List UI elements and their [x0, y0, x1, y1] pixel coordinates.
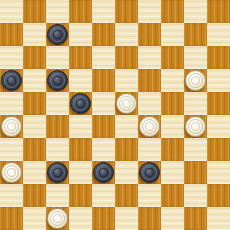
square-6[interactable]	[0, 23, 23, 46]
light-square	[46, 184, 69, 207]
light-square	[161, 207, 184, 230]
square-28[interactable]	[92, 115, 115, 138]
square-25[interactable]	[207, 92, 230, 115]
light-square	[184, 46, 207, 69]
light-square	[0, 184, 23, 207]
square-21[interactable]	[23, 92, 46, 115]
square-16[interactable]	[0, 69, 23, 92]
square-29[interactable]	[138, 115, 161, 138]
light-square	[92, 0, 115, 23]
light-square	[0, 46, 23, 69]
light-square	[92, 46, 115, 69]
light-square	[23, 23, 46, 46]
black-man-square-16[interactable]	[1, 70, 22, 91]
light-square	[69, 69, 92, 92]
light-square	[138, 184, 161, 207]
light-square	[184, 0, 207, 23]
light-square	[115, 207, 138, 230]
square-47[interactable]	[46, 207, 69, 230]
white-man-square-36[interactable]	[1, 162, 22, 183]
square-40[interactable]	[184, 161, 207, 184]
light-square	[138, 138, 161, 161]
square-14[interactable]	[161, 46, 184, 69]
white-man-square-29[interactable]	[139, 116, 160, 137]
square-7[interactable]	[46, 23, 69, 46]
light-square	[92, 184, 115, 207]
square-10[interactable]	[184, 23, 207, 46]
draughts-board	[0, 0, 230, 230]
light-square	[69, 207, 92, 230]
light-square	[184, 184, 207, 207]
square-24[interactable]	[161, 92, 184, 115]
square-20[interactable]	[184, 69, 207, 92]
light-square	[115, 23, 138, 46]
square-4[interactable]	[161, 0, 184, 23]
square-12[interactable]	[69, 46, 92, 69]
white-man-square-30[interactable]	[185, 116, 206, 137]
white-man-square-23[interactable]	[116, 93, 137, 114]
light-square	[23, 69, 46, 92]
light-square	[46, 92, 69, 115]
square-32[interactable]	[69, 138, 92, 161]
light-square	[46, 46, 69, 69]
light-square	[138, 92, 161, 115]
square-8[interactable]	[92, 23, 115, 46]
light-square	[207, 161, 230, 184]
square-42[interactable]	[69, 184, 92, 207]
square-35[interactable]	[207, 138, 230, 161]
light-square	[23, 115, 46, 138]
square-27[interactable]	[46, 115, 69, 138]
light-square	[207, 69, 230, 92]
light-square	[184, 92, 207, 115]
black-man-square-17[interactable]	[47, 70, 68, 91]
square-1[interactable]	[23, 0, 46, 23]
square-43[interactable]	[115, 184, 138, 207]
light-square	[69, 115, 92, 138]
light-square	[0, 138, 23, 161]
square-39[interactable]	[138, 161, 161, 184]
black-man-square-37[interactable]	[47, 162, 68, 183]
light-square	[207, 115, 230, 138]
square-3[interactable]	[115, 0, 138, 23]
square-46[interactable]	[0, 207, 23, 230]
white-man-square-47[interactable]	[47, 208, 68, 229]
square-5[interactable]	[207, 0, 230, 23]
square-30[interactable]	[184, 115, 207, 138]
square-18[interactable]	[92, 69, 115, 92]
light-square	[23, 161, 46, 184]
light-square	[138, 46, 161, 69]
square-41[interactable]	[23, 184, 46, 207]
square-50[interactable]	[184, 207, 207, 230]
light-square	[23, 207, 46, 230]
square-31[interactable]	[23, 138, 46, 161]
square-37[interactable]	[46, 161, 69, 184]
square-26[interactable]	[0, 115, 23, 138]
light-square	[207, 23, 230, 46]
light-square	[46, 138, 69, 161]
square-15[interactable]	[207, 46, 230, 69]
square-34[interactable]	[161, 138, 184, 161]
light-square	[138, 0, 161, 23]
light-square	[0, 92, 23, 115]
square-48[interactable]	[92, 207, 115, 230]
black-man-square-38[interactable]	[93, 162, 114, 183]
square-2[interactable]	[69, 0, 92, 23]
light-square	[69, 23, 92, 46]
square-36[interactable]	[0, 161, 23, 184]
square-11[interactable]	[23, 46, 46, 69]
square-9[interactable]	[138, 23, 161, 46]
light-square	[115, 115, 138, 138]
square-19[interactable]	[138, 69, 161, 92]
light-square	[115, 161, 138, 184]
light-square	[115, 69, 138, 92]
square-49[interactable]	[138, 207, 161, 230]
black-man-square-22[interactable]	[70, 93, 91, 114]
light-square	[161, 161, 184, 184]
square-17[interactable]	[46, 69, 69, 92]
light-square	[161, 115, 184, 138]
black-man-square-39[interactable]	[139, 162, 160, 183]
square-45[interactable]	[207, 184, 230, 207]
light-square	[207, 207, 230, 230]
white-man-square-26[interactable]	[1, 116, 22, 137]
square-38[interactable]	[92, 161, 115, 184]
light-square	[161, 23, 184, 46]
square-22[interactable]	[69, 92, 92, 115]
light-square	[46, 0, 69, 23]
light-square	[92, 138, 115, 161]
light-square	[92, 92, 115, 115]
light-square	[0, 0, 23, 23]
light-square	[161, 69, 184, 92]
square-23[interactable]	[115, 92, 138, 115]
square-13[interactable]	[115, 46, 138, 69]
light-square	[69, 161, 92, 184]
white-man-square-20[interactable]	[185, 70, 206, 91]
light-square	[184, 138, 207, 161]
black-man-square-7[interactable]	[47, 24, 68, 45]
square-33[interactable]	[115, 138, 138, 161]
square-44[interactable]	[161, 184, 184, 207]
